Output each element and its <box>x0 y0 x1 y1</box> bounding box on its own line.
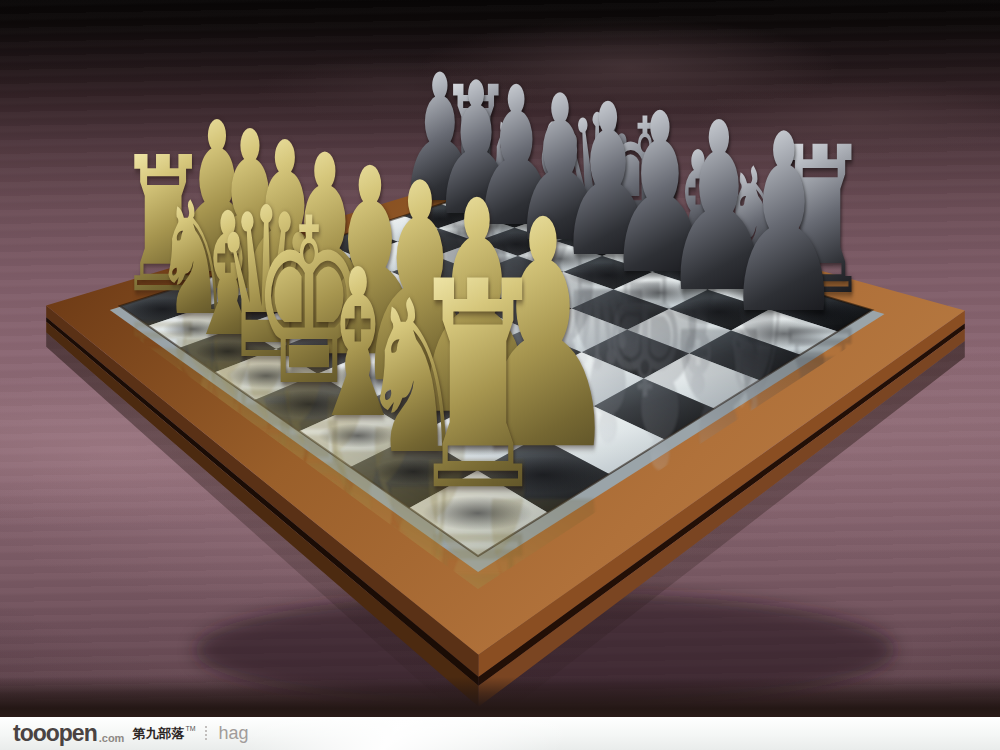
dotted-separator-icon <box>205 726 207 742</box>
trademark-mark: TM <box>185 725 195 732</box>
watermark-bar: tooopen .com 第九部落 TM hag <box>0 717 1000 750</box>
chess-board <box>0 0 1000 750</box>
tooopen-logo: tooopen <box>13 720 97 747</box>
scene: ♜♞♟♝♟♛♟♚♟♟♝♟♟♞♜♟♟♜♞♟♟♝♟♛♟♚♟♝♟♞♟♜ ♜♞♟♝♟♛♟… <box>0 0 1000 750</box>
watermark-author: hag <box>219 723 249 744</box>
tooopen-domain-suffix: .com <box>99 732 125 744</box>
watermark-cn-label: 第九部落 <box>132 725 184 743</box>
bottom-shadow-band <box>0 677 1000 717</box>
watermark-sheen <box>241 717 579 750</box>
